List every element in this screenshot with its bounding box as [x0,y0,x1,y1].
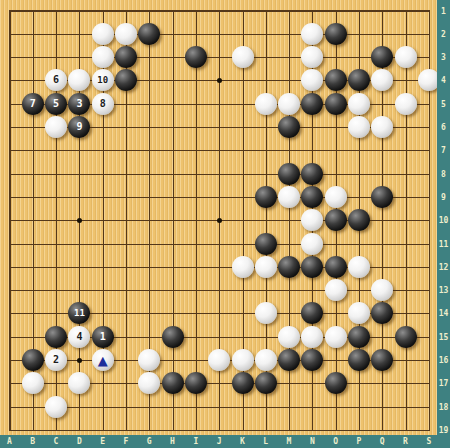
row-label: 13 [437,286,450,295]
black-stone[interactable] [232,372,254,394]
black-stone[interactable] [325,372,347,394]
row-label: 12 [437,263,450,272]
white-stone[interactable] [348,93,370,115]
black-stone[interactable] [115,46,137,68]
column-label: J [217,437,222,446]
column-label: R [403,437,408,446]
white-stone[interactable] [325,326,347,348]
column-label: I [193,437,198,446]
white-stone[interactable] [232,46,254,68]
row-label: 16 [437,356,450,365]
black-stone[interactable] [325,69,347,91]
white-stone[interactable] [278,186,300,208]
white-stone[interactable] [255,256,277,278]
black-stone[interactable] [301,93,323,115]
star-point [77,358,82,363]
row-label: 10 [437,216,450,225]
star-point [217,218,222,223]
column-label: D [77,437,82,446]
row-label: 15 [437,333,450,342]
goban[interactable]: 1234567891011▲ [0,0,450,448]
column-coordinate-bar: ABCDEFGHIJKLMNOPQRS [0,435,437,448]
row-label: 7 [437,146,450,155]
column-label: H [170,437,175,446]
black-stone[interactable] [348,349,370,371]
column-label: G [147,437,152,446]
star-point [77,218,82,223]
row-label: 3 [437,53,450,62]
black-stone[interactable] [22,349,44,371]
column-label: L [263,437,268,446]
black-stone[interactable] [278,349,300,371]
black-stone[interactable] [325,93,347,115]
row-label: 1 [437,7,450,16]
black-stone[interactable] [68,93,90,115]
column-label: A [7,437,12,446]
row-label: 6 [437,123,450,132]
black-stone[interactable] [255,233,277,255]
black-stone[interactable] [325,209,347,231]
column-label: O [333,437,338,446]
white-stone[interactable] [301,326,323,348]
column-label: E [100,437,105,446]
black-stone[interactable] [325,23,347,45]
white-stone[interactable] [395,93,417,115]
row-label: 18 [437,403,450,412]
column-label: K [240,437,245,446]
white-stone[interactable] [45,396,67,418]
black-stone[interactable] [138,23,160,45]
column-label: B [30,437,35,446]
white-stone[interactable] [92,349,114,371]
white-stone[interactable] [301,233,323,255]
row-label: 11 [437,240,450,249]
black-stone[interactable] [92,326,114,348]
white-stone[interactable] [278,93,300,115]
white-stone[interactable] [68,326,90,348]
go-board-window: 1234567891011▲ ABCDEFGHIJKLMNOPQRS 12345… [0,0,450,448]
black-stone[interactable] [162,372,184,394]
black-stone[interactable] [22,93,44,115]
white-stone[interactable] [115,23,137,45]
row-label: 8 [437,170,450,179]
black-stone[interactable] [255,186,277,208]
column-label: F [124,437,129,446]
column-label: C [54,437,59,446]
column-label: Q [380,437,385,446]
white-stone[interactable] [395,46,417,68]
column-label: N [310,437,315,446]
white-stone[interactable] [92,23,114,45]
black-stone[interactable] [395,326,417,348]
row-label: 14 [437,309,450,318]
white-stone[interactable] [348,256,370,278]
white-stone[interactable] [22,372,44,394]
white-stone[interactable] [348,116,370,138]
row-label: 4 [437,76,450,85]
black-stone[interactable] [278,163,300,185]
star-point [217,78,222,83]
black-stone[interactable] [185,46,207,68]
row-label: 5 [437,100,450,109]
black-stone[interactable] [348,326,370,348]
white-stone[interactable] [325,279,347,301]
white-stone[interactable] [45,349,67,371]
white-stone[interactable] [45,116,67,138]
row-label: 19 [437,426,450,435]
column-label: S [426,437,431,446]
row-label: 2 [437,30,450,39]
black-stone[interactable] [255,372,277,394]
black-stone[interactable] [301,163,323,185]
white-stone[interactable] [255,349,277,371]
black-stone[interactable] [162,326,184,348]
black-stone[interactable] [45,93,67,115]
row-coordinate-bar: 12345678910111213141516171819 [437,0,450,448]
black-stone[interactable] [45,326,67,348]
column-label: P [357,437,362,446]
white-stone[interactable] [92,69,114,91]
row-label: 17 [437,379,450,388]
black-stone[interactable] [278,116,300,138]
row-label: 9 [437,193,450,202]
white-stone[interactable] [325,186,347,208]
black-stone[interactable] [278,256,300,278]
white-stone[interactable] [92,93,114,115]
white-stone[interactable] [92,46,114,68]
white-stone[interactable] [278,326,300,348]
black-stone[interactable] [325,256,347,278]
column-label: M [287,437,292,446]
white-stone[interactable] [232,256,254,278]
white-stone[interactable] [255,93,277,115]
white-stone[interactable] [232,349,254,371]
